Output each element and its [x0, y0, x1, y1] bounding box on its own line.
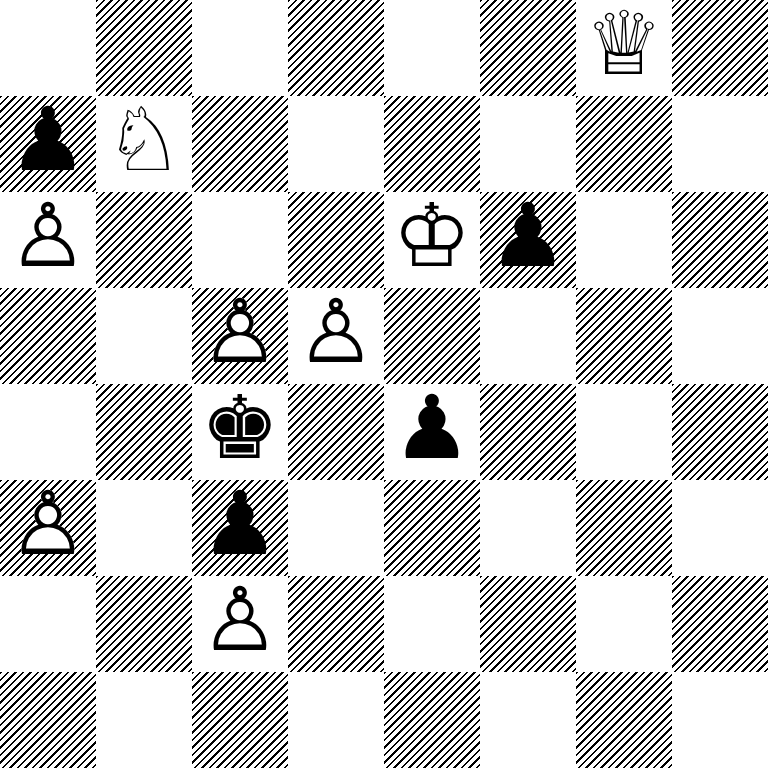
square-d8[interactable] [288, 0, 384, 96]
square-a7[interactable]: ♟ [0, 96, 96, 192]
square-e1[interactable] [384, 672, 480, 768]
square-g6[interactable] [576, 192, 672, 288]
square-c1[interactable] [192, 672, 288, 768]
square-b7[interactable]: ♞♘ [96, 96, 192, 192]
square-d2[interactable] [288, 576, 384, 672]
square-h4[interactable] [672, 384, 768, 480]
white-queen[interactable]: ♛♕ [576, 0, 672, 96]
square-c2[interactable]: ♟♙ [192, 576, 288, 672]
square-g5[interactable] [576, 288, 672, 384]
square-g1[interactable] [576, 672, 672, 768]
square-h7[interactable] [672, 96, 768, 192]
square-f3[interactable] [480, 480, 576, 576]
white-pawn[interactable]: ♟♙ [192, 288, 288, 384]
square-g2[interactable] [576, 576, 672, 672]
square-d1[interactable] [288, 672, 384, 768]
square-h6[interactable] [672, 192, 768, 288]
black-king[interactable]: ♚ [192, 384, 288, 480]
square-b8[interactable] [96, 0, 192, 96]
square-g3[interactable] [576, 480, 672, 576]
piece-glyph: ♙ [201, 288, 280, 376]
square-f4[interactable] [480, 384, 576, 480]
square-f1[interactable] [480, 672, 576, 768]
black-pawn[interactable]: ♟ [480, 192, 576, 288]
black-pawn[interactable]: ♟ [384, 384, 480, 480]
square-d5[interactable]: ♟♙ [288, 288, 384, 384]
square-f2[interactable] [480, 576, 576, 672]
piece-glyph: ♙ [201, 576, 280, 664]
square-h2[interactable] [672, 576, 768, 672]
square-b6[interactable] [96, 192, 192, 288]
square-e5[interactable] [384, 288, 480, 384]
square-f5[interactable] [480, 288, 576, 384]
white-king[interactable]: ♚♔ [384, 192, 480, 288]
square-c7[interactable] [192, 96, 288, 192]
square-g7[interactable] [576, 96, 672, 192]
square-e8[interactable] [384, 0, 480, 96]
square-h1[interactable] [672, 672, 768, 768]
black-pawn[interactable]: ♟ [192, 480, 288, 576]
square-a2[interactable] [0, 576, 96, 672]
square-f7[interactable] [480, 96, 576, 192]
white-pawn[interactable]: ♟♙ [0, 480, 96, 576]
square-c4[interactable]: ♚ [192, 384, 288, 480]
square-a6[interactable]: ♟♙ [0, 192, 96, 288]
square-g4[interactable] [576, 384, 672, 480]
square-e3[interactable] [384, 480, 480, 576]
square-b1[interactable] [96, 672, 192, 768]
square-d7[interactable] [288, 96, 384, 192]
square-c3[interactable]: ♟ [192, 480, 288, 576]
square-a3[interactable]: ♟♙ [0, 480, 96, 576]
square-f6[interactable]: ♟ [480, 192, 576, 288]
square-c6[interactable] [192, 192, 288, 288]
square-f8[interactable] [480, 0, 576, 96]
square-e6[interactable]: ♚♔ [384, 192, 480, 288]
square-c8[interactable] [192, 0, 288, 96]
white-pawn[interactable]: ♟♙ [288, 288, 384, 384]
square-e7[interactable] [384, 96, 480, 192]
piece-glyph: ♘ [105, 96, 184, 184]
piece-glyph: ♟ [489, 192, 568, 280]
chess-board: ♛♕♟♞♘♟♙♚♔♟♟♙♟♙♚♟♟♙♟♟♙ [0, 0, 768, 768]
piece-glyph: ♔ [393, 192, 472, 280]
square-h5[interactable] [672, 288, 768, 384]
square-e2[interactable] [384, 576, 480, 672]
square-a8[interactable] [0, 0, 96, 96]
piece-glyph: ♕ [585, 0, 664, 88]
square-a4[interactable] [0, 384, 96, 480]
piece-glyph: ♙ [9, 192, 88, 280]
square-a5[interactable] [0, 288, 96, 384]
square-e4[interactable]: ♟ [384, 384, 480, 480]
piece-glyph: ♚ [201, 384, 280, 472]
square-d3[interactable] [288, 480, 384, 576]
piece-glyph: ♟ [9, 96, 88, 184]
square-b3[interactable] [96, 480, 192, 576]
square-h3[interactable] [672, 480, 768, 576]
square-b2[interactable] [96, 576, 192, 672]
square-h8[interactable] [672, 0, 768, 96]
white-pawn[interactable]: ♟♙ [0, 192, 96, 288]
white-knight[interactable]: ♞♘ [96, 96, 192, 192]
square-g8[interactable]: ♛♕ [576, 0, 672, 96]
piece-glyph: ♙ [297, 288, 376, 376]
piece-glyph: ♙ [9, 480, 88, 568]
black-pawn[interactable]: ♟ [0, 96, 96, 192]
white-pawn[interactable]: ♟♙ [192, 576, 288, 672]
square-d6[interactable] [288, 192, 384, 288]
square-b4[interactable] [96, 384, 192, 480]
square-b5[interactable] [96, 288, 192, 384]
square-a1[interactable] [0, 672, 96, 768]
piece-glyph: ♟ [393, 384, 472, 472]
square-c5[interactable]: ♟♙ [192, 288, 288, 384]
piece-glyph: ♟ [201, 480, 280, 568]
square-d4[interactable] [288, 384, 384, 480]
